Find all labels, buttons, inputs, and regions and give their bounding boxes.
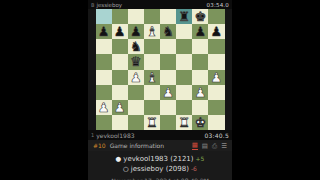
square-c1[interactable] <box>128 115 144 130</box>
square-a4[interactable] <box>96 70 112 85</box>
black-player-row[interactable]: ○jessieboy (2098)-6 <box>88 164 232 174</box>
piece-white-bishop: ♝ <box>146 71 158 84</box>
square-b3[interactable] <box>112 85 128 100</box>
square-c2[interactable] <box>128 100 144 115</box>
square-b6[interactable] <box>112 39 128 54</box>
white-player-rating: (2121) <box>170 155 193 163</box>
piece-white-king: ♚ <box>194 116 206 129</box>
replay-icon[interactable]: ▦ <box>192 141 198 150</box>
black-player-name: jessieboy <box>96 2 122 8</box>
black-color-icon: ○ <box>123 165 129 173</box>
white-player-bar: 1 yevkool1983 03:40.5 <box>88 130 232 140</box>
white-player-clock: 03:40.5 <box>205 132 229 139</box>
piece-black-knight: ♞ <box>130 40 142 53</box>
piece-white-rook: ♜ <box>146 116 158 129</box>
black-player-rating: (2098) <box>166 165 189 173</box>
square-h6[interactable] <box>208 39 224 54</box>
piece-black-pawn: ♟ <box>211 25 223 38</box>
tab-icons: ▦ ▤ ⎙ ☰ <box>192 141 227 150</box>
piece-white-bishop: ♝ <box>146 25 158 38</box>
square-g1[interactable]: ♚ <box>192 115 208 130</box>
piece-black-pawn: ♟ <box>114 25 126 38</box>
square-g4[interactable] <box>192 70 208 85</box>
square-f2[interactable] <box>176 100 192 115</box>
piece-black-pawn: ♟ <box>98 25 110 38</box>
square-d6[interactable] <box>144 39 160 54</box>
piece-white-pawn: ♟ <box>130 71 142 84</box>
square-b5[interactable] <box>112 54 128 69</box>
piece-black-king: ♚ <box>194 10 206 23</box>
square-h7[interactable]: ♟ <box>208 24 224 39</box>
square-f1[interactable]: ♜ <box>176 115 192 130</box>
square-d2[interactable] <box>144 100 160 115</box>
square-g3[interactable]: ♟ <box>192 85 208 100</box>
square-e2[interactable] <box>160 100 176 115</box>
chess-board: ♜♚♟♟♟♝♞♟♟♞♛♟♝♟♟♟♟♟♜♜♚ <box>96 9 225 130</box>
black-player-name[interactable]: jessieboy <box>131 165 164 173</box>
square-f6[interactable] <box>176 39 192 54</box>
piece-black-rook: ♜ <box>178 10 190 23</box>
game-date: November 17, 2024 at 08:49 PM <box>88 177 232 180</box>
square-d1[interactable]: ♜ <box>144 115 160 130</box>
black-player-clock: 03:54.0 <box>207 2 230 8</box>
app-window: B jessieboy 03:54.0 ♜♚♟♟♟♝♞♟♟♞♛♟♝♟♟♟♟♟♜♜… <box>88 0 232 180</box>
square-g6[interactable] <box>192 39 208 54</box>
square-h1[interactable] <box>208 115 224 130</box>
piece-white-rook: ♜ <box>178 116 190 129</box>
square-d5[interactable] <box>144 54 160 69</box>
white-rating-delta: +5 <box>196 155 205 162</box>
square-f4[interactable] <box>176 70 192 85</box>
piece-white-pawn: ♟ <box>98 101 110 114</box>
square-h8[interactable] <box>208 9 224 24</box>
captured-pieces-indicator: 1 <box>91 132 94 138</box>
piece-white-pawn: ♟ <box>114 101 126 114</box>
square-g2[interactable] <box>192 100 208 115</box>
square-g7[interactable]: ♟ <box>192 24 208 39</box>
square-d3[interactable] <box>144 85 160 100</box>
square-c4[interactable]: ♟ <box>128 70 144 85</box>
square-a8[interactable] <box>96 9 112 24</box>
square-g8[interactable]: ♚ <box>192 9 208 24</box>
game-info-label: Game information <box>110 142 164 149</box>
square-d4[interactable]: ♝ <box>144 70 160 85</box>
square-e1[interactable] <box>160 115 176 130</box>
piece-white-pawn: ♟ <box>194 86 206 99</box>
black-player-bar: B jessieboy 03:54.0 <box>88 0 232 9</box>
square-a3[interactable] <box>96 85 112 100</box>
game-info-tab-bar: #10 Game information ▦ ▤ ⎙ ☰ <box>88 140 232 151</box>
square-c3[interactable] <box>128 85 144 100</box>
square-c7[interactable]: ♟ <box>128 24 144 39</box>
square-h2[interactable] <box>208 100 224 115</box>
square-d8[interactable] <box>144 9 160 24</box>
board-icon[interactable]: ▤ <box>202 142 208 150</box>
square-a6[interactable] <box>96 39 112 54</box>
square-c5[interactable]: ♛ <box>128 54 144 69</box>
piece-white-pawn: ♟ <box>162 86 174 99</box>
square-g5[interactable] <box>192 54 208 69</box>
square-f7[interactable] <box>176 24 192 39</box>
square-b1[interactable] <box>112 115 128 130</box>
square-b7[interactable]: ♟ <box>112 24 128 39</box>
square-f3[interactable] <box>176 85 192 100</box>
piece-black-knight: ♞ <box>162 25 174 38</box>
square-f8[interactable]: ♜ <box>176 9 192 24</box>
square-a5[interactable] <box>96 54 112 69</box>
game-information-panel: ●yevkool1983 (2121)+5 ○jessieboy (2098)-… <box>88 151 232 180</box>
black-rating-delta: -6 <box>191 165 197 172</box>
square-a2[interactable]: ♟ <box>96 100 112 115</box>
square-c6[interactable]: ♞ <box>128 39 144 54</box>
white-color-icon: ● <box>116 155 122 163</box>
captured-pieces-indicator: B <box>91 2 94 8</box>
square-a1[interactable] <box>96 115 112 130</box>
game-number: #10 <box>93 142 106 149</box>
piece-white-pawn: ♟ <box>211 71 223 84</box>
export-icon[interactable]: ⎙ <box>212 142 217 150</box>
square-c8[interactable] <box>128 9 144 24</box>
square-e3[interactable]: ♟ <box>160 85 176 100</box>
piece-black-pawn: ♟ <box>130 25 142 38</box>
piece-black-pawn: ♟ <box>194 25 206 38</box>
square-h3[interactable] <box>208 85 224 100</box>
square-b2[interactable]: ♟ <box>112 100 128 115</box>
piece-black-queen: ♛ <box>130 55 142 68</box>
square-e8[interactable] <box>160 9 176 24</box>
menu-icon[interactable]: ☰ <box>221 142 227 150</box>
square-b4[interactable] <box>112 70 128 85</box>
square-h4[interactable]: ♟ <box>208 70 224 85</box>
square-e6[interactable] <box>160 39 176 54</box>
white-player-name: yevkool1983 <box>96 132 134 139</box>
square-b8[interactable] <box>112 9 128 24</box>
square-e4[interactable] <box>160 70 176 85</box>
square-e5[interactable] <box>160 54 176 69</box>
square-h5[interactable] <box>208 54 224 69</box>
square-d7[interactable]: ♝ <box>144 24 160 39</box>
square-a7[interactable]: ♟ <box>96 24 112 39</box>
square-f5[interactable] <box>176 54 192 69</box>
white-player-row[interactable]: ●yevkool1983 (2121)+5 <box>88 154 232 164</box>
white-player-name[interactable]: yevkool1983 <box>123 155 168 163</box>
square-e7[interactable]: ♞ <box>160 24 176 39</box>
